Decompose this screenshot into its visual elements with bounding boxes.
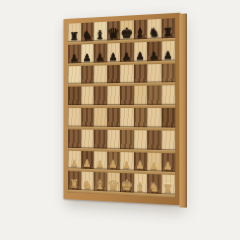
piece-black-rook[interactable]: ♜ (68, 31, 81, 42)
square-h8[interactable]: ♜ (161, 18, 175, 41)
square-g3[interactable] (147, 130, 161, 152)
square-f6[interactable] (133, 64, 147, 86)
square-c2[interactable]: ♟ (94, 151, 107, 173)
piece-black-pawn[interactable]: ♟ (107, 52, 120, 62)
piece-white-pawn[interactable]: ♟ (107, 160, 120, 170)
piece-black-pawn[interactable]: ♟ (147, 50, 161, 61)
square-a7[interactable]: ♟ (68, 44, 81, 66)
square-c3[interactable] (94, 129, 107, 151)
square-a5[interactable] (68, 87, 81, 108)
square-g1[interactable]: ♞ (147, 174, 161, 197)
square-b7[interactable]: ♟ (81, 44, 94, 66)
square-g4[interactable] (147, 108, 161, 130)
square-b4[interactable] (81, 108, 94, 129)
piece-white-pawn[interactable]: ♟ (161, 161, 175, 172)
square-c5[interactable] (94, 86, 107, 108)
square-a4[interactable] (68, 108, 81, 129)
piece-white-pawn[interactable]: ♟ (147, 161, 161, 172)
piece-white-rook[interactable]: ♜ (68, 179, 81, 190)
piece-white-pawn[interactable]: ♟ (68, 159, 81, 169)
piece-black-knight[interactable]: ♞ (81, 29, 94, 41)
piece-black-rook[interactable]: ♜ (161, 26, 175, 38)
square-d8[interactable]: ♛ (107, 21, 120, 43)
square-g6[interactable] (147, 63, 161, 85)
square-f4[interactable] (133, 108, 147, 130)
piece-white-bishop[interactable]: ♝ (133, 181, 147, 194)
square-g8[interactable]: ♞ (147, 19, 161, 42)
square-b1[interactable]: ♞ (81, 172, 94, 194)
photo-background: ♜♞♝♛♚♝♞♜♟♟♟♟♟♟♟♟♟♟♟♟♟♟♟♟♜♞♝♛♚♝♞♜ (0, 0, 240, 240)
board-3d-wrap: ♜♞♝♛♚♝♞♜♟♟♟♟♟♟♟♟♟♟♟♟♟♟♟♟♜♞♝♛♚♝♞♜ (64, 13, 181, 206)
square-h2[interactable]: ♟ (161, 153, 175, 176)
square-b6[interactable] (81, 65, 94, 87)
piece-black-pawn[interactable]: ♟ (161, 50, 175, 61)
piece-white-pawn[interactable]: ♟ (94, 159, 107, 169)
piece-black-king[interactable]: ♚ (120, 25, 133, 40)
piece-black-pawn[interactable]: ♟ (94, 52, 107, 62)
square-d4[interactable] (107, 108, 120, 130)
square-h4[interactable] (161, 108, 175, 130)
piece-black-pawn[interactable]: ♟ (120, 51, 133, 61)
piece-black-queen[interactable]: ♛ (107, 26, 120, 41)
square-g5[interactable] (147, 86, 161, 108)
square-h3[interactable] (161, 130, 175, 153)
piece-white-queen[interactable]: ♛ (107, 177, 120, 192)
square-f7[interactable]: ♟ (133, 42, 147, 64)
square-b2[interactable]: ♟ (81, 151, 94, 173)
piece-white-pawn[interactable]: ♟ (120, 160, 133, 170)
square-d5[interactable] (107, 86, 120, 108)
square-b3[interactable] (81, 129, 94, 151)
square-d1[interactable]: ♛ (107, 173, 120, 195)
square-h5[interactable] (161, 86, 175, 108)
square-f5[interactable] (133, 86, 147, 108)
piece-white-rook[interactable]: ♜ (161, 183, 175, 195)
square-d6[interactable] (107, 65, 120, 87)
square-g7[interactable]: ♟ (147, 41, 161, 64)
square-d3[interactable] (107, 130, 120, 152)
square-e7[interactable]: ♟ (120, 42, 133, 64)
board-side-panel (179, 13, 186, 207)
square-c7[interactable]: ♟ (94, 43, 107, 65)
square-h1[interactable]: ♜ (161, 175, 175, 198)
square-e3[interactable] (120, 130, 133, 152)
square-e5[interactable] (120, 86, 133, 108)
square-d2[interactable]: ♟ (107, 151, 120, 173)
piece-white-pawn[interactable]: ♟ (133, 161, 147, 172)
piece-white-bishop[interactable]: ♝ (94, 179, 107, 191)
piece-black-bishop[interactable]: ♝ (94, 28, 107, 40)
square-c4[interactable] (94, 108, 107, 130)
square-h6[interactable] (161, 63, 175, 86)
square-a8[interactable]: ♜ (68, 23, 81, 45)
piece-black-bishop[interactable]: ♝ (133, 26, 147, 39)
piece-white-knight[interactable]: ♞ (147, 181, 161, 194)
piece-black-pawn[interactable]: ♟ (68, 53, 81, 63)
square-d7[interactable]: ♟ (107, 43, 120, 65)
board-frame: ♜♞♝♛♚♝♞♜♟♟♟♟♟♟♟♟♟♟♟♟♟♟♟♟♜♞♝♛♚♝♞♜ (64, 13, 181, 206)
square-f3[interactable] (133, 130, 147, 152)
piece-black-knight[interactable]: ♞ (147, 26, 161, 39)
chess-board: ♜♞♝♛♚♝♞♜♟♟♟♟♟♟♟♟♟♟♟♟♟♟♟♟♜♞♝♛♚♝♞♜ (68, 18, 175, 198)
square-c1[interactable]: ♝ (94, 172, 107, 194)
square-e2[interactable]: ♟ (120, 152, 133, 174)
square-f2[interactable]: ♟ (133, 152, 147, 174)
piece-black-pawn[interactable]: ♟ (81, 52, 94, 62)
square-f1[interactable]: ♝ (133, 174, 147, 197)
piece-white-knight[interactable]: ♞ (81, 178, 94, 190)
square-h7[interactable]: ♟ (161, 41, 175, 64)
piece-white-king[interactable]: ♚ (120, 178, 133, 193)
square-e6[interactable] (120, 64, 133, 86)
square-a1[interactable]: ♜ (68, 171, 81, 193)
square-g2[interactable]: ♟ (147, 152, 161, 175)
square-f8[interactable]: ♝ (133, 20, 147, 43)
piece-white-pawn[interactable]: ♟ (81, 159, 94, 169)
square-b8[interactable]: ♞ (81, 22, 94, 44)
square-c6[interactable] (94, 65, 107, 87)
square-e8[interactable]: ♚ (120, 20, 133, 42)
square-e1[interactable]: ♚ (120, 173, 133, 195)
square-a6[interactable] (68, 66, 81, 87)
square-a3[interactable] (68, 129, 81, 150)
square-a2[interactable]: ♟ (68, 150, 81, 172)
square-c8[interactable]: ♝ (94, 22, 107, 44)
square-b5[interactable] (81, 87, 94, 108)
square-e4[interactable] (120, 108, 133, 130)
piece-black-pawn[interactable]: ♟ (133, 51, 147, 62)
